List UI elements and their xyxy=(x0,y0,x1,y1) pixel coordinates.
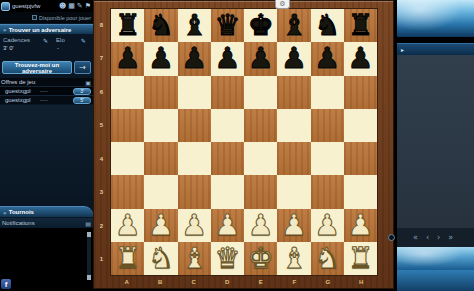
game-offer-row[interactable]: guestxgpl ---- 3' xyxy=(0,86,93,95)
user-icon[interactable]: ☻ xyxy=(59,2,66,10)
square-c6[interactable] xyxy=(178,76,211,109)
square-d2[interactable]: ♟ xyxy=(211,209,244,242)
panel-divider-bar: ▸ xyxy=(397,43,474,55)
piece-bp: ♟ xyxy=(115,44,141,73)
rank-label-3: 3 xyxy=(93,176,110,210)
offers-title: Offres de jeu xyxy=(1,79,35,85)
square-a2[interactable]: ♟ xyxy=(111,209,144,242)
game-info-panel xyxy=(397,55,474,228)
game-offers-header: Offres de jeu ▣ xyxy=(0,78,93,86)
piece-bp: ♟ xyxy=(148,44,174,73)
square-g5[interactable] xyxy=(311,109,344,142)
piece-wb: ♝ xyxy=(281,244,307,273)
square-e1[interactable]: ♚ xyxy=(244,242,277,275)
square-f2[interactable]: ♟ xyxy=(277,209,310,242)
cadence-elo-labels: Cadences ✎ Elo ✎ xyxy=(0,36,93,44)
cadences-value: 3' 0' xyxy=(3,45,14,51)
elo-value: - xyxy=(57,45,59,51)
file-label-a: A xyxy=(110,276,144,288)
board-settings-gear-icon[interactable]: ⚙ xyxy=(275,0,290,9)
piece-bp: ♟ xyxy=(347,44,373,73)
nav-last-move-icon[interactable]: » xyxy=(448,234,453,242)
piece-wq: ♛ xyxy=(214,244,240,273)
square-c1[interactable]: ♝ xyxy=(178,242,211,275)
piece-wn: ♞ xyxy=(148,244,174,273)
square-g6[interactable] xyxy=(311,76,344,109)
square-h8[interactable]: ♜ xyxy=(344,9,377,42)
file-label-d: D xyxy=(211,276,245,288)
nav-prev-move-icon[interactable]: ‹ xyxy=(426,234,429,242)
square-b4[interactable] xyxy=(144,142,177,175)
edit-icon[interactable]: ✎ xyxy=(77,2,83,10)
pencil-icon[interactable]: ✎ xyxy=(81,37,86,44)
piece-bp: ♟ xyxy=(214,44,240,73)
file-label-f: F xyxy=(278,276,312,288)
bottom-blue-bar xyxy=(397,247,474,270)
piece-wp: ♟ xyxy=(281,211,307,240)
file-label-h: H xyxy=(345,276,379,288)
square-g7[interactable]: ♟ xyxy=(311,42,344,75)
square-e6[interactable] xyxy=(244,76,277,109)
chess-board-area: ⚙ 87654321 ♜♞♝♛♚♝♞♜♟♟♟♟♟♟♟♟♟♟♟♟♟♟♟♟♜♞♝♛♚… xyxy=(93,0,394,289)
tournaments-title: Tournois xyxy=(9,209,34,215)
flag-icon[interactable]: ⚑ xyxy=(85,2,91,10)
game-offer-row[interactable]: guestxgpl ---- 5' xyxy=(0,95,93,104)
piece-br: ♜ xyxy=(115,11,141,40)
square-e3[interactable] xyxy=(244,175,277,208)
piece-bp: ♟ xyxy=(281,44,307,73)
piece-bn: ♞ xyxy=(148,11,174,40)
square-h7[interactable]: ♟ xyxy=(344,42,377,75)
notifications-panel xyxy=(0,228,93,291)
chess-board: ♜♞♝♛♚♝♞♜♟♟♟♟♟♟♟♟♟♟♟♟♟♟♟♟♜♞♝♛♚♝♞♜ xyxy=(110,8,378,276)
square-d7[interactable]: ♟ xyxy=(211,42,244,75)
footer-blue-bar xyxy=(397,270,474,291)
piece-bp: ♟ xyxy=(248,44,274,73)
board-icon[interactable]: ▦ xyxy=(68,2,75,10)
square-g3[interactable] xyxy=(311,175,344,208)
square-f3[interactable] xyxy=(277,175,310,208)
square-g1[interactable]: ♞ xyxy=(311,242,344,275)
file-label-b: B xyxy=(144,276,178,288)
square-a8[interactable]: ♜ xyxy=(111,9,144,42)
square-h3[interactable] xyxy=(344,175,377,208)
square-h4[interactable] xyxy=(344,142,377,175)
availability-row: Disponible pour jouer xyxy=(0,12,93,23)
piece-bp: ♟ xyxy=(181,44,207,73)
find-me-opponent-button[interactable]: Trouvez-moi un adversaire xyxy=(2,61,72,74)
piece-wb: ♝ xyxy=(181,244,207,273)
square-g4[interactable] xyxy=(311,142,344,175)
square-h6[interactable] xyxy=(344,76,377,109)
tournaments-header[interactable]: » Tournois xyxy=(0,206,93,217)
square-b5[interactable] xyxy=(144,109,177,142)
square-b7[interactable]: ♟ xyxy=(144,42,177,75)
offer-rating: ---- xyxy=(40,88,48,94)
available-label: Disponible pour jouer xyxy=(39,15,91,21)
square-h5[interactable] xyxy=(344,109,377,142)
nav-next-move-icon[interactable]: › xyxy=(437,234,440,242)
piece-br: ♜ xyxy=(347,11,373,40)
square-d8[interactable]: ♛ xyxy=(211,9,244,42)
square-b3[interactable] xyxy=(144,175,177,208)
piece-bk: ♚ xyxy=(248,11,274,40)
find-go-icon[interactable]: → xyxy=(74,61,91,74)
square-f4[interactable] xyxy=(277,142,310,175)
rank-label-6: 6 xyxy=(93,75,110,109)
scrollbar-down-thumb[interactable] xyxy=(87,275,91,280)
piece-wp: ♟ xyxy=(347,211,373,240)
offer-rating: ---- xyxy=(40,97,48,103)
rank-label-5: 5 xyxy=(93,109,110,143)
chevrons-icon: » xyxy=(3,209,7,216)
piece-wk: ♚ xyxy=(248,244,274,273)
accept-offer-button[interactable]: 5' xyxy=(73,97,91,104)
piece-wn: ♞ xyxy=(314,244,340,273)
square-d1[interactable]: ♛ xyxy=(211,242,244,275)
available-checkbox[interactable] xyxy=(32,15,37,20)
notifications-panel-icon[interactable]: ▤ xyxy=(85,220,91,227)
accept-offer-button[interactable]: 3' xyxy=(73,88,91,95)
rank-label-2: 2 xyxy=(93,209,110,243)
file-label-g: G xyxy=(311,276,345,288)
piece-wp: ♟ xyxy=(214,211,240,240)
square-c5[interactable] xyxy=(178,109,211,142)
square-a3[interactable] xyxy=(111,175,144,208)
square-b2[interactable]: ♟ xyxy=(144,209,177,242)
app-window: guestpjvfw ☻ ▦ ✎ ⚑ Disponible pour jouer… xyxy=(0,0,474,291)
offer-player-name: guestxgpl xyxy=(5,97,31,103)
square-c4[interactable] xyxy=(178,142,211,175)
square-e5[interactable] xyxy=(244,109,277,142)
piece-bb: ♝ xyxy=(281,11,307,40)
rank-label-1: 1 xyxy=(93,243,110,277)
collapse-icon[interactable]: ▸ xyxy=(401,46,404,53)
offers-empty-area xyxy=(0,105,93,195)
square-h1[interactable]: ♜ xyxy=(344,242,377,275)
square-c8[interactable]: ♝ xyxy=(178,9,211,42)
cadences-label: Cadences xyxy=(3,37,30,43)
square-b1[interactable]: ♞ xyxy=(144,242,177,275)
square-f7[interactable]: ♟ xyxy=(277,42,310,75)
square-a4[interactable] xyxy=(111,142,144,175)
piece-bp: ♟ xyxy=(314,44,340,73)
square-d3[interactable] xyxy=(211,175,244,208)
square-d6[interactable] xyxy=(211,76,244,109)
square-a7[interactable]: ♟ xyxy=(111,42,144,75)
square-e7[interactable]: ♟ xyxy=(244,42,277,75)
notifications-scrollbar[interactable] xyxy=(87,232,91,280)
piece-wp: ♟ xyxy=(314,211,340,240)
square-f5[interactable] xyxy=(277,109,310,142)
file-labels: ABCDEFGH xyxy=(110,276,378,288)
offers-panel-icon[interactable]: ▣ xyxy=(85,79,91,86)
square-c2[interactable]: ♟ xyxy=(178,209,211,242)
square-d4[interactable] xyxy=(211,142,244,175)
square-b8[interactable]: ♞ xyxy=(144,9,177,42)
avatar xyxy=(1,2,10,11)
scrollbar-up-thumb[interactable] xyxy=(87,232,91,237)
piece-wr: ♜ xyxy=(347,244,373,273)
square-f1[interactable]: ♝ xyxy=(277,242,310,275)
elo-label: Elo xyxy=(56,37,65,43)
user-bar: guestpjvfw ☻ ▦ ✎ ⚑ xyxy=(0,0,93,12)
find-opponent-header[interactable]: » Trouver un adversaire xyxy=(0,24,93,34)
offer-player-name: guestxgpl xyxy=(5,88,31,94)
piece-bn: ♞ xyxy=(314,11,340,40)
piece-wr: ♜ xyxy=(115,244,141,273)
square-f8[interactable]: ♝ xyxy=(277,9,310,42)
file-label-c: C xyxy=(177,276,211,288)
square-b6[interactable] xyxy=(144,76,177,109)
square-a6[interactable] xyxy=(111,76,144,109)
file-label-e: E xyxy=(244,276,278,288)
move-navigation-bar: « ‹ › » xyxy=(397,228,474,247)
right-panel: ▸ « ‹ › » xyxy=(397,0,474,291)
piece-wp: ♟ xyxy=(148,211,174,240)
rank-labels: 87654321 xyxy=(93,8,110,276)
nav-first-move-icon[interactable]: « xyxy=(413,234,418,242)
record-circle-icon[interactable] xyxy=(388,234,395,241)
piece-wp: ♟ xyxy=(115,211,141,240)
find-opponent-title: Trouver un adversaire xyxy=(9,27,72,33)
square-e4[interactable] xyxy=(244,142,277,175)
username: guestpjvfw xyxy=(12,3,40,9)
rank-label-4: 4 xyxy=(93,142,110,176)
square-h2[interactable]: ♟ xyxy=(344,209,377,242)
square-g8[interactable]: ♞ xyxy=(311,9,344,42)
square-e8[interactable]: ♚ xyxy=(244,9,277,42)
top-icon-strip: ☻ ▦ ✎ ⚑ xyxy=(59,2,93,10)
square-c3[interactable] xyxy=(178,175,211,208)
sidebar: guestpjvfw ☻ ▦ ✎ ⚑ Disponible pour jouer… xyxy=(0,0,93,291)
facebook-icon[interactable]: f xyxy=(1,279,11,289)
notifications-header[interactable]: Notifications ▤ xyxy=(0,218,93,228)
square-f6[interactable] xyxy=(277,76,310,109)
square-a1[interactable]: ♜ xyxy=(111,242,144,275)
chevrons-icon: » xyxy=(3,26,7,33)
notifications-title: Notifications xyxy=(2,220,35,226)
piece-wp: ♟ xyxy=(248,211,274,240)
top-blue-bar xyxy=(397,0,474,37)
rank-label-7: 7 xyxy=(93,42,110,76)
piece-wp: ♟ xyxy=(181,211,207,240)
square-a5[interactable] xyxy=(111,109,144,142)
square-d5[interactable] xyxy=(211,109,244,142)
pencil-icon[interactable]: ✎ xyxy=(43,37,48,44)
piece-bb: ♝ xyxy=(181,11,207,40)
rank-label-8: 8 xyxy=(93,8,110,42)
square-e2[interactable]: ♟ xyxy=(244,209,277,242)
square-c7[interactable]: ♟ xyxy=(178,42,211,75)
square-g2[interactable]: ♟ xyxy=(311,209,344,242)
piece-bq: ♛ xyxy=(214,11,240,40)
cadence-elo-values: 3' 0' - xyxy=(0,45,93,53)
